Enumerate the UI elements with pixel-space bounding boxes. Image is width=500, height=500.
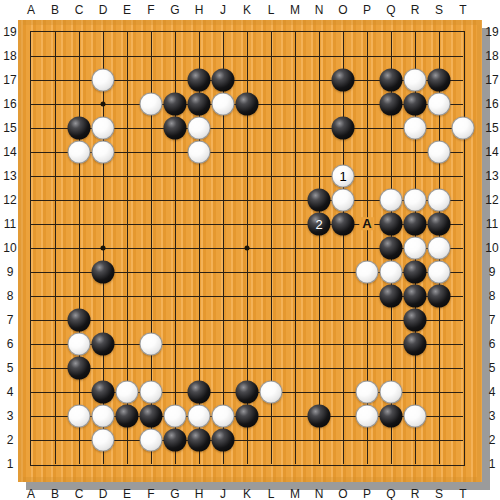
black-stone-R8[interactable] [404,285,427,308]
row-label-left-1: 1 [7,457,14,471]
white-stone-S10[interactable] [428,237,451,260]
white-stone-R17[interactable] [404,69,427,92]
col-label-top-M: M [290,3,300,17]
black-stone-G15[interactable] [164,117,187,140]
col-label-bottom-D: D [99,487,108,500]
star-point-D10 [101,246,106,251]
grid-hline [31,320,463,321]
white-stone-E4[interactable] [116,381,139,404]
col-label-bottom-A: A [27,487,35,500]
row-label-right-15: 15 [485,121,498,135]
black-stone-D9[interactable] [92,261,115,284]
col-label-top-K: K [243,3,251,17]
white-stone-Q9[interactable] [380,261,403,284]
white-stone-D15[interactable] [92,117,115,140]
black-stone-J2[interactable] [212,429,235,452]
row-label-right-5: 5 [489,361,496,375]
white-stone-P3[interactable] [356,405,379,428]
col-label-bottom-E: E [123,487,131,500]
row-label-left-18: 18 [3,49,16,63]
row-label-right-8: 8 [489,289,496,303]
row-label-left-5: 5 [7,361,14,375]
col-label-bottom-F: F [147,487,154,500]
col-label-top-J: J [220,3,226,17]
star-point-D16 [101,102,106,107]
row-label-right-11: 11 [486,217,498,231]
white-stone-H3[interactable] [188,405,211,428]
col-label-top-B: B [51,3,59,17]
white-stone-R3[interactable] [404,405,427,428]
black-stone-R9[interactable] [404,261,427,284]
row-label-left-2: 2 [7,433,14,447]
col-label-top-F: F [147,3,154,17]
black-stone-C5[interactable] [68,357,91,380]
white-stone-Q4[interactable] [380,381,403,404]
black-stone-O15[interactable] [332,117,355,140]
row-label-left-8: 8 [7,289,14,303]
black-stone-O11[interactable] [332,213,355,236]
star-point-K10 [245,246,250,251]
black-stone-Q10[interactable] [380,237,403,260]
white-stone-R15[interactable] [404,117,427,140]
black-stone-R7[interactable] [404,309,427,332]
black-stone-J17[interactable] [212,69,235,92]
col-label-bottom-J: J [220,487,226,500]
col-label-bottom-G: G [170,487,179,500]
row-label-left-7: 7 [7,313,14,327]
row-label-left-13: 13 [3,169,16,183]
col-label-top-R: R [411,3,420,17]
white-stone-D3[interactable] [92,405,115,428]
col-label-top-H: H [195,3,204,17]
move-number-2: 2 [315,217,322,230]
row-label-left-4: 4 [7,385,14,399]
black-stone-H16[interactable] [188,93,211,116]
row-label-left-12: 12 [3,193,16,207]
col-label-bottom-H: H [195,487,204,500]
black-stone-R11[interactable] [404,213,427,236]
white-stone-S16[interactable] [428,93,451,116]
white-stone-L4[interactable] [260,381,283,404]
white-stone-F6[interactable] [140,333,163,356]
black-stone-H17[interactable] [188,69,211,92]
row-label-right-13: 13 [485,169,498,183]
black-stone-D6[interactable] [92,333,115,356]
col-label-top-O: O [338,3,347,17]
white-stone-P9[interactable] [356,261,379,284]
row-label-right-6: 6 [489,337,496,351]
white-stone-G3[interactable] [164,405,187,428]
row-label-left-19: 19 [3,25,16,39]
white-stone-F4[interactable] [140,381,163,404]
row-label-left-6: 6 [7,337,14,351]
white-stone-D17[interactable] [92,69,115,92]
white-stone-C6[interactable] [68,333,91,356]
black-stone-E3[interactable] [116,405,139,428]
col-label-top-A: A [27,3,35,17]
col-label-top-C: C [75,3,84,17]
col-label-top-E: E [123,3,131,17]
white-stone-H15[interactable] [188,117,211,140]
row-label-right-16: 16 [485,97,498,111]
white-stone-S14[interactable] [428,141,451,164]
row-label-right-18: 18 [485,49,498,63]
white-stone-J3[interactable] [212,405,235,428]
black-stone-F3[interactable] [140,405,163,428]
black-stone-H4[interactable] [188,381,211,404]
move-number-1: 1 [339,169,346,182]
col-label-bottom-Q: Q [386,487,395,500]
row-label-left-17: 17 [3,73,16,87]
grid-vline [295,32,296,464]
row-label-right-7: 7 [489,313,496,327]
black-stone-G2[interactable] [164,429,187,452]
grid-vline [319,32,320,464]
black-stone-S17[interactable] [428,69,451,92]
black-stone-S11[interactable] [428,213,451,236]
white-stone-D14[interactable] [92,141,115,164]
col-label-top-N: N [315,3,324,17]
col-label-bottom-B: B [51,487,59,500]
black-stone-G16[interactable] [164,93,187,116]
col-label-bottom-L: L [268,487,275,500]
black-stone-O17[interactable] [332,69,355,92]
black-stone-H2[interactable] [188,429,211,452]
col-label-top-G: G [170,3,179,17]
row-label-right-2: 2 [489,433,496,447]
col-label-top-Q: Q [386,3,395,17]
white-stone-F2[interactable] [140,429,163,452]
black-stone-N11[interactable]: 2 [308,213,331,236]
row-label-right-4: 4 [489,385,496,399]
black-stone-R16[interactable] [404,93,427,116]
black-stone-S8[interactable] [428,285,451,308]
black-stone-K3[interactable] [236,405,259,428]
row-label-left-14: 14 [3,145,16,159]
black-stone-Q17[interactable] [380,69,403,92]
row-label-right-19: 19 [485,25,498,39]
go-diagram: 12A AABBCCDDEEFFGGHHJJKKLLMMNNOOPPQQRRSS… [0,0,500,500]
grid-hline [31,368,463,369]
row-label-right-1: 1 [489,457,496,471]
row-label-left-11: 11 [4,217,16,231]
row-label-left-10: 10 [3,241,16,255]
row-label-left-9: 9 [7,265,14,279]
col-label-bottom-K: K [243,487,251,500]
white-stone-H14[interactable] [188,141,211,164]
col-label-top-L: L [268,3,275,17]
white-stone-J16[interactable] [212,93,235,116]
white-stone-R12[interactable] [404,189,427,212]
row-label-right-10: 10 [485,241,498,255]
col-label-top-S: S [435,3,443,17]
white-stone-O12[interactable] [332,189,355,212]
white-stone-T15[interactable] [452,117,475,140]
col-label-bottom-M: M [290,487,300,500]
row-label-right-12: 12 [485,193,498,207]
white-stone-P4[interactable] [356,381,379,404]
white-stone-C3[interactable] [68,405,91,428]
row-label-left-16: 16 [3,97,16,111]
white-stone-S12[interactable] [428,189,451,212]
row-label-right-9: 9 [489,265,496,279]
white-stone-R10[interactable] [404,237,427,260]
col-label-bottom-C: C [75,487,84,500]
white-stone-Q12[interactable] [380,189,403,212]
col-label-bottom-N: N [315,487,324,500]
go-board[interactable]: 12A [18,20,482,482]
white-stone-D2[interactable] [92,429,115,452]
black-stone-R6[interactable] [404,333,427,356]
black-stone-Q11[interactable] [380,213,403,236]
black-stone-Q16[interactable] [380,93,403,116]
black-stone-C7[interactable] [68,309,91,332]
black-stone-D4[interactable] [92,381,115,404]
col-label-top-T: T [459,3,466,17]
white-stone-C14[interactable] [68,141,91,164]
row-label-left-15: 15 [3,121,16,135]
row-label-right-3: 3 [489,409,496,423]
row-label-right-17: 17 [485,73,498,87]
col-label-bottom-T: T [459,487,466,500]
black-stone-C15[interactable] [68,117,91,140]
white-stone-F16[interactable] [140,93,163,116]
black-stone-N3[interactable] [308,405,331,428]
black-stone-N12[interactable] [308,189,331,212]
board-letter-P11[interactable]: A [359,217,374,230]
white-stone-S9[interactable] [428,261,451,284]
black-stone-K4[interactable] [236,381,259,404]
black-stone-Q8[interactable] [380,285,403,308]
col-label-bottom-P: P [363,487,371,500]
col-label-top-P: P [363,3,371,17]
col-label-top-D: D [99,3,108,17]
row-label-right-14: 14 [485,145,498,159]
black-stone-Q3[interactable] [380,405,403,428]
grid-vline [343,32,344,464]
white-stone-O13[interactable]: 1 [332,165,355,188]
col-label-bottom-O: O [338,487,347,500]
black-stone-K16[interactable] [236,93,259,116]
row-label-left-3: 3 [7,409,14,423]
col-label-bottom-S: S [435,487,443,500]
col-label-bottom-R: R [411,487,420,500]
